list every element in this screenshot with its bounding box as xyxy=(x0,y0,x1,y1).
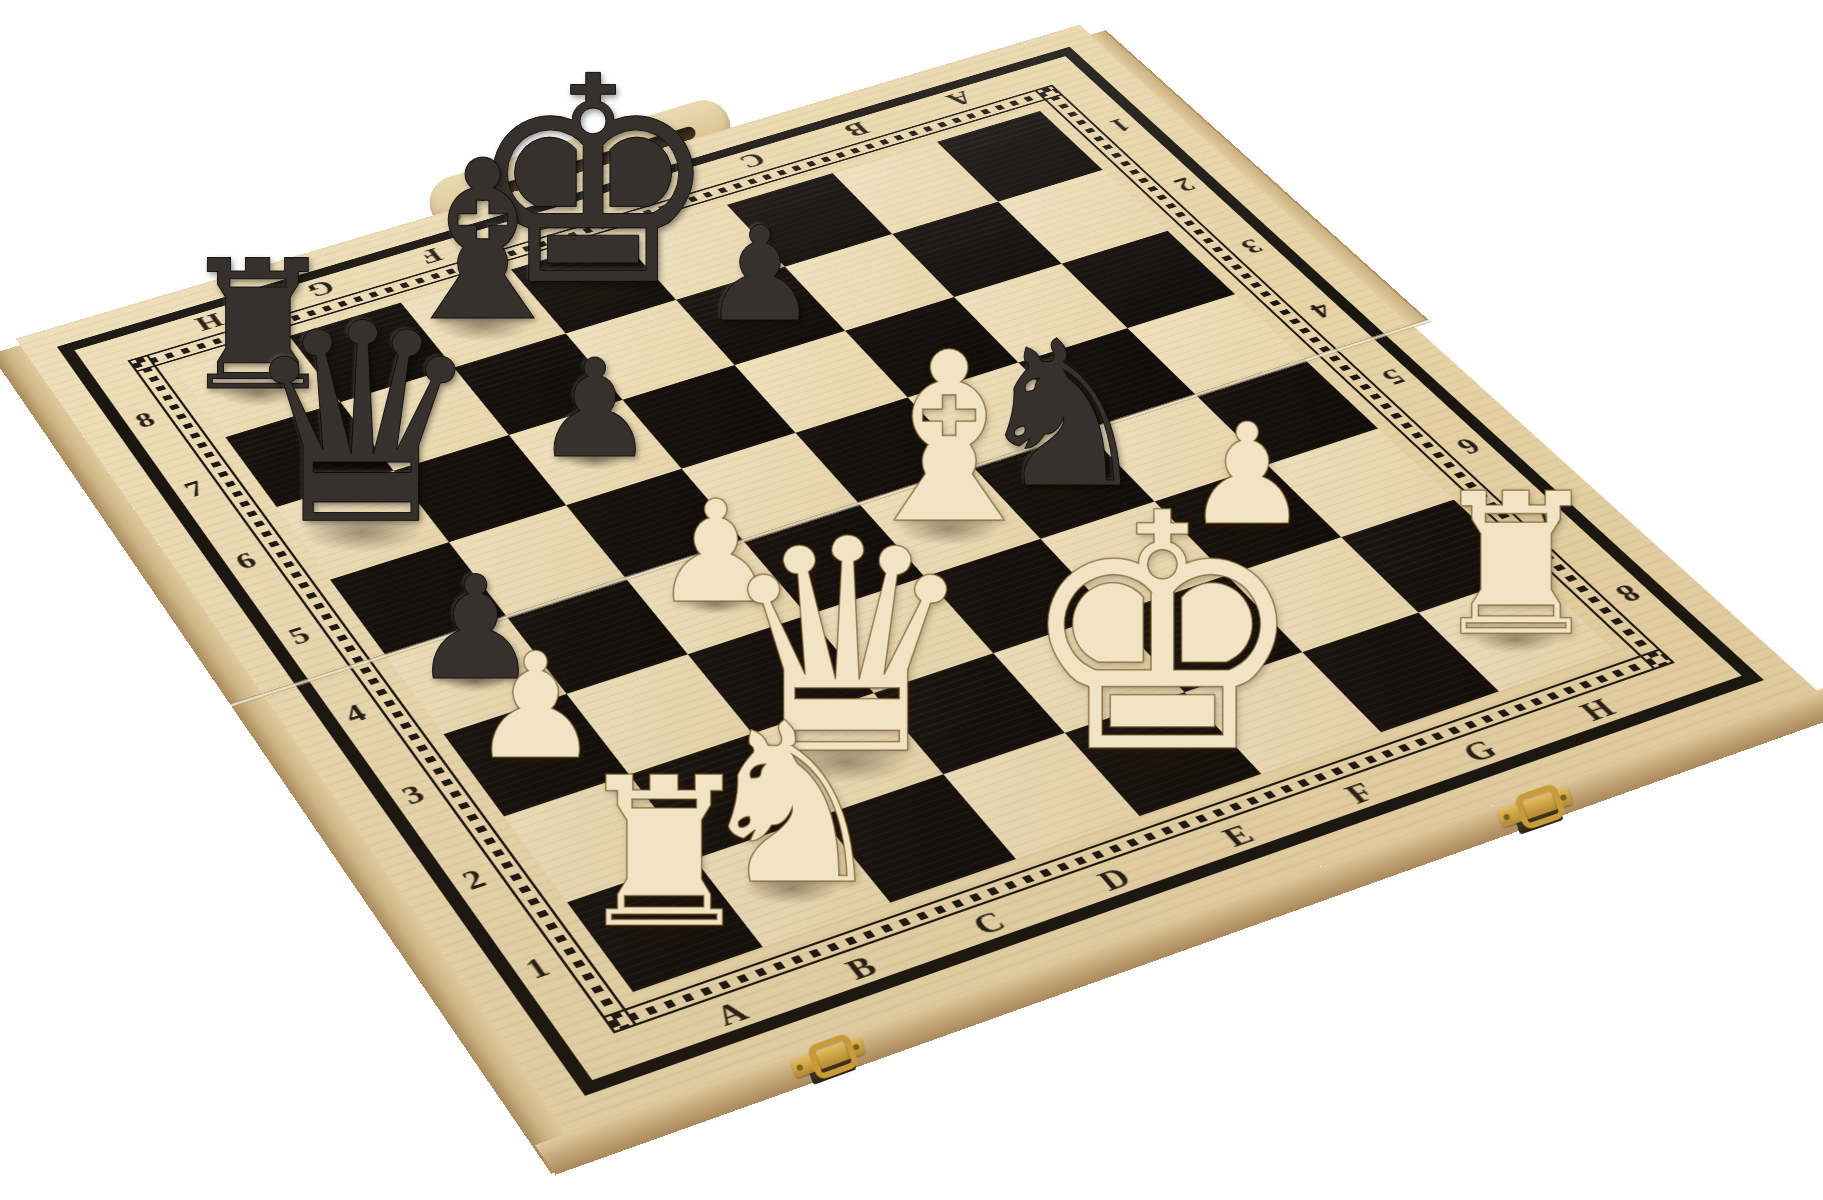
scene: HA81GB72FC63ED54DE45CF36BG27AH18 ♜♝♚♟♛♟♟… xyxy=(0,0,1823,1200)
piece-black-pawn-e7[interactable]: ♟ xyxy=(701,209,819,340)
piece-white-rook-h1[interactable]: ♜ xyxy=(1428,467,1604,663)
piece-white-king-e1[interactable]: ♚ xyxy=(1016,471,1309,798)
piece-black-queen-a6[interactable]: ♛ xyxy=(239,289,486,564)
piece-white-rook-a1[interactable]: ♜ xyxy=(571,750,757,957)
piece-black-pawn-c6[interactable]: ♟ xyxy=(534,342,656,478)
